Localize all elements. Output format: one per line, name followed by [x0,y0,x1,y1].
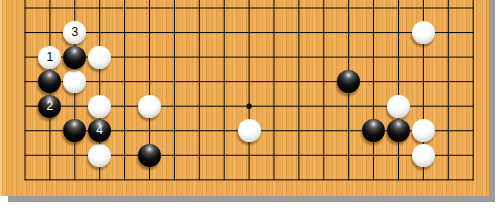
stone-black[interactable] [362,119,385,142]
stone-black[interactable] [38,70,61,93]
stone-white[interactable] [88,46,111,69]
stone-black[interactable] [138,144,161,167]
stone-black[interactable] [63,119,86,142]
stone-white[interactable] [238,119,261,142]
move-number-label: 4 [96,119,103,142]
go-board[interactable]: 1324 [0,0,489,196]
move-number-label: 3 [71,21,78,44]
move-number-label: 2 [47,95,54,118]
stone-black[interactable] [387,119,410,142]
stone-black[interactable] [63,46,86,69]
stone-white[interactable] [63,70,86,93]
stone-white[interactable] [412,119,435,142]
stone-layer: 1324 [13,0,486,192]
stone-white[interactable] [412,144,435,167]
stone-white[interactable]: 3 [63,21,86,44]
stone-white[interactable] [387,95,410,118]
stone-black[interactable]: 2 [38,95,61,118]
stone-white[interactable] [88,144,111,167]
stone-white[interactable] [412,21,435,44]
go-diagram: 1324 [0,0,500,210]
stone-white[interactable] [88,95,111,118]
stone-white[interactable] [138,95,161,118]
stone-black[interactable]: 4 [88,119,111,142]
move-number-label: 1 [47,46,54,69]
stone-white[interactable]: 1 [38,46,61,69]
stone-black[interactable] [337,70,360,93]
